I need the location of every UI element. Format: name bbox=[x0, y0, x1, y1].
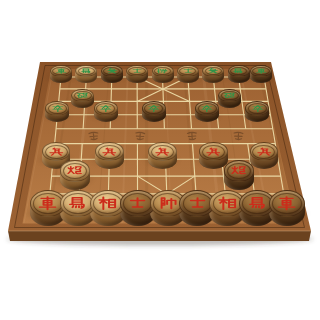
piece-character bbox=[99, 105, 113, 112]
piece-black-soldier[interactable] bbox=[245, 101, 269, 122]
piece-character bbox=[255, 68, 267, 74]
piece-red-soldier[interactable] bbox=[199, 142, 228, 169]
piece-red-soldier[interactable] bbox=[148, 142, 177, 169]
piece-character bbox=[37, 196, 58, 211]
piece-character bbox=[156, 68, 168, 74]
piece-character bbox=[101, 147, 117, 157]
piece-top-face bbox=[60, 160, 91, 181]
piece-red-cannon[interactable] bbox=[60, 160, 91, 189]
piece-top-face bbox=[195, 101, 219, 116]
piece-red-soldier[interactable] bbox=[95, 142, 124, 169]
piece-black-chariot[interactable] bbox=[250, 65, 272, 83]
piece-black-elephant[interactable] bbox=[202, 65, 224, 83]
piece-top-face bbox=[152, 65, 174, 77]
piece-black-chariot[interactable] bbox=[50, 65, 72, 83]
piece-character bbox=[106, 68, 118, 74]
piece-character bbox=[223, 92, 236, 99]
piece-character bbox=[256, 147, 272, 157]
piece-character bbox=[127, 196, 148, 211]
piece-character bbox=[97, 196, 118, 211]
piece-character bbox=[187, 196, 208, 211]
piece-black-soldier[interactable] bbox=[142, 101, 166, 122]
piece-black-soldier[interactable] bbox=[94, 101, 118, 122]
piece-character bbox=[147, 105, 161, 112]
piece-top-face bbox=[45, 101, 69, 116]
piece-black-soldier[interactable] bbox=[45, 101, 69, 122]
piece-character bbox=[76, 92, 89, 99]
pieces-layer bbox=[0, 0, 320, 320]
piece-black-advisor[interactable] bbox=[126, 65, 148, 83]
piece-black-cannon[interactable] bbox=[71, 89, 94, 109]
piece-top-face bbox=[142, 101, 166, 116]
piece-character bbox=[80, 68, 92, 74]
piece-black-advisor[interactable] bbox=[177, 65, 199, 83]
piece-character bbox=[205, 147, 221, 157]
piece-character bbox=[276, 196, 297, 211]
piece-black-general[interactable] bbox=[152, 65, 174, 83]
piece-top-face bbox=[245, 101, 269, 116]
piece-top-face bbox=[228, 65, 250, 77]
piece-character bbox=[232, 68, 244, 74]
piece-character bbox=[154, 147, 170, 157]
piece-top-face bbox=[94, 101, 118, 116]
piece-red-chariot[interactable] bbox=[269, 190, 305, 226]
piece-character bbox=[157, 196, 178, 211]
piece-character bbox=[131, 68, 143, 74]
piece-character bbox=[48, 147, 64, 157]
piece-red-soldier[interactable] bbox=[250, 142, 279, 169]
piece-character bbox=[51, 105, 65, 112]
piece-black-cannon[interactable] bbox=[218, 89, 241, 109]
piece-character bbox=[66, 165, 84, 176]
piece-character bbox=[200, 105, 214, 112]
piece-black-horse[interactable] bbox=[228, 65, 250, 83]
piece-character bbox=[55, 68, 67, 74]
piece-character bbox=[230, 165, 248, 176]
piece-character bbox=[67, 196, 88, 211]
piece-top-face bbox=[269, 190, 305, 217]
piece-red-cannon[interactable] bbox=[224, 160, 255, 189]
product-photo-stage bbox=[0, 0, 320, 320]
piece-character bbox=[182, 68, 194, 74]
piece-character bbox=[217, 196, 238, 211]
piece-character bbox=[251, 105, 265, 112]
piece-top-face bbox=[224, 160, 255, 181]
piece-character bbox=[207, 68, 219, 74]
piece-character bbox=[247, 196, 268, 211]
piece-black-elephant[interactable] bbox=[101, 65, 123, 83]
piece-black-soldier[interactable] bbox=[195, 101, 219, 122]
piece-black-horse[interactable] bbox=[75, 65, 97, 83]
